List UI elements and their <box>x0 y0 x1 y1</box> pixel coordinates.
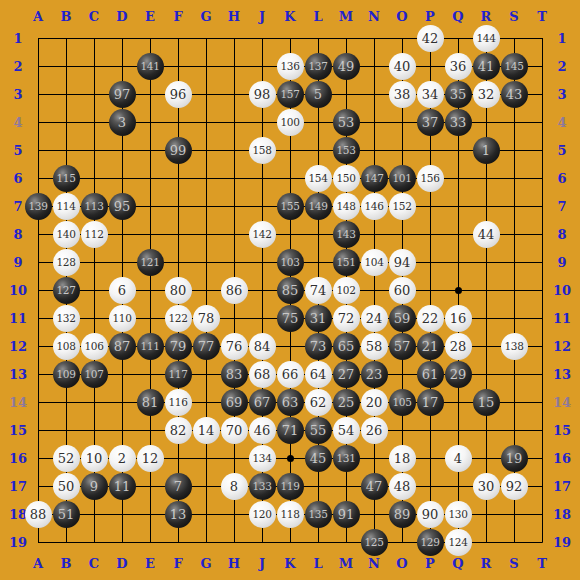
intersection-R17[interactable]: 30 <box>472 472 500 500</box>
intersection-R9[interactable] <box>472 248 500 276</box>
intersection-B6[interactable]: 115 <box>52 164 80 192</box>
intersection-M17[interactable] <box>332 472 360 500</box>
intersection-F3[interactable]: 96 <box>164 80 192 108</box>
black-stone-C7[interactable]: 113 <box>81 193 108 220</box>
black-stone-M13[interactable]: 27 <box>333 361 360 388</box>
intersection-T3[interactable] <box>528 80 556 108</box>
intersection-Q8[interactable] <box>444 220 472 248</box>
intersection-N9[interactable]: 104 <box>360 248 388 276</box>
intersection-Q14[interactable] <box>444 388 472 416</box>
black-stone-L15[interactable]: 55 <box>305 417 332 444</box>
white-stone-Q19[interactable]: 124 <box>445 529 472 556</box>
intersection-T11[interactable] <box>528 304 556 332</box>
intersection-R12[interactable] <box>472 332 500 360</box>
intersection-N18[interactable] <box>360 500 388 528</box>
intersection-E19[interactable] <box>136 528 164 556</box>
black-stone-F5[interactable]: 99 <box>165 137 192 164</box>
intersection-L8[interactable] <box>304 220 332 248</box>
intersection-H4[interactable] <box>220 108 248 136</box>
intersection-C15[interactable] <box>80 416 108 444</box>
intersection-N14[interactable]: 20 <box>360 388 388 416</box>
white-stone-H12[interactable]: 76 <box>221 333 248 360</box>
black-stone-R14[interactable]: 15 <box>473 389 500 416</box>
intersection-P3[interactable]: 34 <box>416 80 444 108</box>
intersection-S6[interactable] <box>500 164 528 192</box>
intersection-A8[interactable] <box>24 220 52 248</box>
intersection-O13[interactable] <box>388 360 416 388</box>
intersection-K10[interactable]: 85 <box>276 276 304 304</box>
intersection-J16[interactable]: 134 <box>248 444 276 472</box>
white-stone-B12[interactable]: 108 <box>53 333 80 360</box>
intersection-G9[interactable] <box>192 248 220 276</box>
intersection-T14[interactable] <box>528 388 556 416</box>
intersection-K4[interactable]: 100 <box>276 108 304 136</box>
intersection-M12[interactable]: 65 <box>332 332 360 360</box>
black-stone-F17[interactable]: 7 <box>165 473 192 500</box>
black-stone-O14[interactable]: 105 <box>389 389 416 416</box>
intersection-S1[interactable] <box>500 24 528 52</box>
black-stone-D7[interactable]: 95 <box>109 193 136 220</box>
intersection-E3[interactable] <box>136 80 164 108</box>
intersection-B4[interactable] <box>52 108 80 136</box>
black-stone-Q4[interactable]: 33 <box>445 109 472 136</box>
intersection-D9[interactable] <box>108 248 136 276</box>
intersection-B9[interactable]: 128 <box>52 248 80 276</box>
white-stone-P18[interactable]: 90 <box>417 501 444 528</box>
white-stone-K18[interactable]: 118 <box>277 501 304 528</box>
intersection-N12[interactable]: 58 <box>360 332 388 360</box>
black-stone-M12[interactable]: 65 <box>333 333 360 360</box>
black-stone-B10[interactable]: 127 <box>53 277 80 304</box>
white-stone-L10[interactable]: 74 <box>305 277 332 304</box>
intersection-S14[interactable] <box>500 388 528 416</box>
intersection-A17[interactable] <box>24 472 52 500</box>
intersection-F19[interactable] <box>164 528 192 556</box>
intersection-P4[interactable]: 37 <box>416 108 444 136</box>
white-stone-F15[interactable]: 82 <box>165 417 192 444</box>
white-stone-G15[interactable]: 14 <box>193 417 220 444</box>
black-stone-L12[interactable]: 73 <box>305 333 332 360</box>
white-stone-R8[interactable]: 44 <box>473 221 500 248</box>
white-stone-L6[interactable]: 154 <box>305 165 332 192</box>
intersection-C9[interactable] <box>80 248 108 276</box>
intersection-G8[interactable] <box>192 220 220 248</box>
intersection-N3[interactable] <box>360 80 388 108</box>
intersection-F11[interactable]: 122 <box>164 304 192 332</box>
intersection-Q19[interactable]: 124 <box>444 528 472 556</box>
black-stone-F18[interactable]: 13 <box>165 501 192 528</box>
intersection-B15[interactable] <box>52 416 80 444</box>
white-stone-D16[interactable]: 2 <box>109 445 136 472</box>
intersection-G5[interactable] <box>192 136 220 164</box>
intersection-M6[interactable]: 150 <box>332 164 360 192</box>
black-stone-D3[interactable]: 97 <box>109 81 136 108</box>
intersection-C3[interactable] <box>80 80 108 108</box>
intersection-S8[interactable] <box>500 220 528 248</box>
intersection-J14[interactable]: 67 <box>248 388 276 416</box>
intersection-L16[interactable]: 45 <box>304 444 332 472</box>
intersection-R4[interactable] <box>472 108 500 136</box>
intersection-M18[interactable]: 91 <box>332 500 360 528</box>
intersection-C18[interactable] <box>80 500 108 528</box>
intersection-S10[interactable] <box>500 276 528 304</box>
intersection-F13[interactable]: 117 <box>164 360 192 388</box>
black-stone-N13[interactable]: 23 <box>361 361 388 388</box>
intersection-T2[interactable] <box>528 52 556 80</box>
intersection-S19[interactable] <box>500 528 528 556</box>
intersection-K1[interactable] <box>276 24 304 52</box>
white-stone-K4[interactable]: 100 <box>277 109 304 136</box>
intersection-A11[interactable] <box>24 304 52 332</box>
intersection-L15[interactable]: 55 <box>304 416 332 444</box>
intersection-E8[interactable] <box>136 220 164 248</box>
intersection-P19[interactable]: 129 <box>416 528 444 556</box>
intersection-A3[interactable] <box>24 80 52 108</box>
intersection-D16[interactable]: 2 <box>108 444 136 472</box>
black-stone-M16[interactable]: 131 <box>333 445 360 472</box>
intersection-P11[interactable]: 22 <box>416 304 444 332</box>
intersection-D10[interactable]: 6 <box>108 276 136 304</box>
intersection-C8[interactable]: 112 <box>80 220 108 248</box>
intersection-L17[interactable] <box>304 472 332 500</box>
intersection-J9[interactable] <box>248 248 276 276</box>
black-stone-F12[interactable]: 79 <box>165 333 192 360</box>
black-stone-E14[interactable]: 81 <box>137 389 164 416</box>
intersection-H3[interactable] <box>220 80 248 108</box>
intersection-P2[interactable] <box>416 52 444 80</box>
intersection-P7[interactable] <box>416 192 444 220</box>
intersection-L11[interactable]: 31 <box>304 304 332 332</box>
intersection-J7[interactable] <box>248 192 276 220</box>
intersection-B3[interactable] <box>52 80 80 108</box>
intersection-R13[interactable] <box>472 360 500 388</box>
intersection-M7[interactable]: 148 <box>332 192 360 220</box>
intersection-L14[interactable]: 62 <box>304 388 332 416</box>
intersection-G7[interactable] <box>192 192 220 220</box>
black-stone-L3[interactable]: 5 <box>305 81 332 108</box>
intersection-T9[interactable] <box>528 248 556 276</box>
intersection-P17[interactable] <box>416 472 444 500</box>
white-stone-Q18[interactable]: 130 <box>445 501 472 528</box>
intersection-R6[interactable] <box>472 164 500 192</box>
intersection-T17[interactable] <box>528 472 556 500</box>
intersection-L12[interactable]: 73 <box>304 332 332 360</box>
black-stone-O6[interactable]: 101 <box>389 165 416 192</box>
white-stone-H10[interactable]: 86 <box>221 277 248 304</box>
intersection-T15[interactable] <box>528 416 556 444</box>
intersection-S9[interactable] <box>500 248 528 276</box>
intersection-T4[interactable] <box>528 108 556 136</box>
white-stone-F14[interactable]: 116 <box>165 389 192 416</box>
black-stone-J17[interactable]: 133 <box>249 473 276 500</box>
intersection-G18[interactable] <box>192 500 220 528</box>
intersection-C16[interactable]: 10 <box>80 444 108 472</box>
intersection-K14[interactable]: 63 <box>276 388 304 416</box>
intersection-Q18[interactable]: 130 <box>444 500 472 528</box>
intersection-R15[interactable] <box>472 416 500 444</box>
intersection-K19[interactable] <box>276 528 304 556</box>
intersection-D2[interactable] <box>108 52 136 80</box>
white-stone-N11[interactable]: 24 <box>361 305 388 332</box>
white-stone-S17[interactable]: 92 <box>501 473 528 500</box>
intersection-O9[interactable]: 94 <box>388 248 416 276</box>
intersection-C4[interactable] <box>80 108 108 136</box>
intersection-G4[interactable] <box>192 108 220 136</box>
intersection-P6[interactable]: 156 <box>416 164 444 192</box>
black-stone-C17[interactable]: 9 <box>81 473 108 500</box>
intersection-C6[interactable] <box>80 164 108 192</box>
white-stone-J16[interactable]: 134 <box>249 445 276 472</box>
black-stone-K3[interactable]: 157 <box>277 81 304 108</box>
black-stone-K17[interactable]: 119 <box>277 473 304 500</box>
intersection-B14[interactable] <box>52 388 80 416</box>
intersection-O17[interactable]: 48 <box>388 472 416 500</box>
intersection-M1[interactable] <box>332 24 360 52</box>
black-stone-E9[interactable]: 121 <box>137 249 164 276</box>
white-stone-P1[interactable]: 42 <box>417 25 444 52</box>
intersection-M4[interactable]: 53 <box>332 108 360 136</box>
intersection-D8[interactable] <box>108 220 136 248</box>
white-stone-N14[interactable]: 20 <box>361 389 388 416</box>
intersection-N5[interactable] <box>360 136 388 164</box>
intersection-L19[interactable] <box>304 528 332 556</box>
white-stone-D11[interactable]: 110 <box>109 305 136 332</box>
intersection-O18[interactable]: 89 <box>388 500 416 528</box>
intersection-K18[interactable]: 118 <box>276 500 304 528</box>
intersection-K15[interactable]: 71 <box>276 416 304 444</box>
black-stone-C13[interactable]: 107 <box>81 361 108 388</box>
intersection-E18[interactable] <box>136 500 164 528</box>
intersection-E12[interactable]: 111 <box>136 332 164 360</box>
intersection-C17[interactable]: 9 <box>80 472 108 500</box>
intersection-M8[interactable]: 143 <box>332 220 360 248</box>
intersection-H14[interactable]: 69 <box>220 388 248 416</box>
intersection-F12[interactable]: 79 <box>164 332 192 360</box>
white-stone-J12[interactable]: 84 <box>249 333 276 360</box>
intersection-Q7[interactable] <box>444 192 472 220</box>
white-stone-P11[interactable]: 22 <box>417 305 444 332</box>
black-stone-N19[interactable]: 125 <box>361 529 388 556</box>
intersection-K9[interactable]: 103 <box>276 248 304 276</box>
intersection-H12[interactable]: 76 <box>220 332 248 360</box>
intersection-O6[interactable]: 101 <box>388 164 416 192</box>
black-stone-P12[interactable]: 21 <box>417 333 444 360</box>
intersection-N2[interactable] <box>360 52 388 80</box>
black-stone-S3[interactable]: 43 <box>501 81 528 108</box>
intersection-E6[interactable] <box>136 164 164 192</box>
white-stone-P6[interactable]: 156 <box>417 165 444 192</box>
black-stone-L11[interactable]: 31 <box>305 305 332 332</box>
intersection-F2[interactable] <box>164 52 192 80</box>
intersection-K2[interactable]: 136 <box>276 52 304 80</box>
intersection-J18[interactable]: 120 <box>248 500 276 528</box>
white-stone-G11[interactable]: 78 <box>193 305 220 332</box>
intersection-K12[interactable] <box>276 332 304 360</box>
white-stone-H17[interactable]: 8 <box>221 473 248 500</box>
intersection-Q6[interactable] <box>444 164 472 192</box>
intersection-G16[interactable] <box>192 444 220 472</box>
intersection-E14[interactable]: 81 <box>136 388 164 416</box>
intersection-J3[interactable]: 98 <box>248 80 276 108</box>
black-stone-B13[interactable]: 109 <box>53 361 80 388</box>
intersection-P9[interactable] <box>416 248 444 276</box>
intersection-D1[interactable] <box>108 24 136 52</box>
intersection-S16[interactable]: 19 <box>500 444 528 472</box>
white-stone-B8[interactable]: 140 <box>53 221 80 248</box>
intersection-E15[interactable] <box>136 416 164 444</box>
intersection-N10[interactable] <box>360 276 388 304</box>
white-stone-R1[interactable]: 144 <box>473 25 500 52</box>
intersection-H13[interactable]: 83 <box>220 360 248 388</box>
intersection-Q11[interactable]: 16 <box>444 304 472 332</box>
white-stone-A18[interactable]: 88 <box>25 501 52 528</box>
black-stone-B18[interactable]: 51 <box>53 501 80 528</box>
white-stone-B17[interactable]: 50 <box>53 473 80 500</box>
intersection-A13[interactable] <box>24 360 52 388</box>
black-stone-M8[interactable]: 143 <box>333 221 360 248</box>
intersection-N15[interactable]: 26 <box>360 416 388 444</box>
intersection-F8[interactable] <box>164 220 192 248</box>
black-stone-F13[interactable]: 117 <box>165 361 192 388</box>
intersection-T18[interactable] <box>528 500 556 528</box>
black-stone-A7[interactable]: 139 <box>25 193 52 220</box>
intersection-R1[interactable]: 144 <box>472 24 500 52</box>
intersection-M10[interactable]: 102 <box>332 276 360 304</box>
black-stone-E2[interactable]: 141 <box>137 53 164 80</box>
intersection-O12[interactable]: 57 <box>388 332 416 360</box>
intersection-D18[interactable] <box>108 500 136 528</box>
intersection-G19[interactable] <box>192 528 220 556</box>
intersection-A19[interactable] <box>24 528 52 556</box>
intersection-O19[interactable] <box>388 528 416 556</box>
intersection-H8[interactable] <box>220 220 248 248</box>
black-stone-N6[interactable]: 147 <box>361 165 388 192</box>
intersection-J6[interactable] <box>248 164 276 192</box>
intersection-F17[interactable]: 7 <box>164 472 192 500</box>
white-stone-B9[interactable]: 128 <box>53 249 80 276</box>
intersection-M11[interactable]: 72 <box>332 304 360 332</box>
intersection-G11[interactable]: 78 <box>192 304 220 332</box>
intersection-E13[interactable] <box>136 360 164 388</box>
white-stone-O16[interactable]: 18 <box>389 445 416 472</box>
intersection-A5[interactable] <box>24 136 52 164</box>
intersection-B10[interactable]: 127 <box>52 276 80 304</box>
intersection-A2[interactable] <box>24 52 52 80</box>
intersection-H5[interactable] <box>220 136 248 164</box>
white-stone-J13[interactable]: 68 <box>249 361 276 388</box>
black-stone-M18[interactable]: 91 <box>333 501 360 528</box>
intersection-S2[interactable]: 145 <box>500 52 528 80</box>
intersection-N4[interactable] <box>360 108 388 136</box>
intersection-D6[interactable] <box>108 164 136 192</box>
white-stone-J15[interactable]: 46 <box>249 417 276 444</box>
intersection-H16[interactable] <box>220 444 248 472</box>
intersection-A14[interactable] <box>24 388 52 416</box>
intersection-O2[interactable]: 40 <box>388 52 416 80</box>
intersection-J15[interactable]: 46 <box>248 416 276 444</box>
intersection-B11[interactable]: 132 <box>52 304 80 332</box>
intersection-F18[interactable]: 13 <box>164 500 192 528</box>
intersection-E2[interactable]: 141 <box>136 52 164 80</box>
intersection-T13[interactable] <box>528 360 556 388</box>
intersection-D13[interactable] <box>108 360 136 388</box>
intersection-A10[interactable] <box>24 276 52 304</box>
intersection-R16[interactable] <box>472 444 500 472</box>
intersection-K3[interactable]: 157 <box>276 80 304 108</box>
white-stone-N12[interactable]: 58 <box>361 333 388 360</box>
black-stone-B6[interactable]: 115 <box>53 165 80 192</box>
intersection-D3[interactable]: 97 <box>108 80 136 108</box>
intersection-E16[interactable]: 12 <box>136 444 164 472</box>
intersection-Q10[interactable] <box>444 276 472 304</box>
intersection-O3[interactable]: 38 <box>388 80 416 108</box>
intersection-A1[interactable] <box>24 24 52 52</box>
white-stone-N9[interactable]: 104 <box>361 249 388 276</box>
black-stone-J14[interactable]: 67 <box>249 389 276 416</box>
intersection-Q3[interactable]: 35 <box>444 80 472 108</box>
intersection-P14[interactable]: 17 <box>416 388 444 416</box>
intersection-O10[interactable]: 60 <box>388 276 416 304</box>
intersection-J12[interactable]: 84 <box>248 332 276 360</box>
intersection-B5[interactable] <box>52 136 80 164</box>
intersection-B13[interactable]: 109 <box>52 360 80 388</box>
black-stone-P19[interactable]: 129 <box>417 529 444 556</box>
intersection-A12[interactable] <box>24 332 52 360</box>
intersection-S5[interactable] <box>500 136 528 164</box>
intersection-L3[interactable]: 5 <box>304 80 332 108</box>
intersection-S18[interactable] <box>500 500 528 528</box>
intersection-P12[interactable]: 21 <box>416 332 444 360</box>
white-stone-O17[interactable]: 48 <box>389 473 416 500</box>
intersection-K17[interactable]: 119 <box>276 472 304 500</box>
white-stone-B7[interactable]: 114 <box>53 193 80 220</box>
intersection-R8[interactable]: 44 <box>472 220 500 248</box>
white-stone-H15[interactable]: 70 <box>221 417 248 444</box>
intersection-D5[interactable] <box>108 136 136 164</box>
intersection-D4[interactable]: 3 <box>108 108 136 136</box>
intersection-T1[interactable] <box>528 24 556 52</box>
white-stone-S12[interactable]: 138 <box>501 333 528 360</box>
intersection-N13[interactable]: 23 <box>360 360 388 388</box>
white-stone-O2[interactable]: 40 <box>389 53 416 80</box>
intersection-M19[interactable] <box>332 528 360 556</box>
intersection-C12[interactable]: 106 <box>80 332 108 360</box>
intersection-K5[interactable] <box>276 136 304 164</box>
intersection-B18[interactable]: 51 <box>52 500 80 528</box>
intersection-H1[interactable] <box>220 24 248 52</box>
intersection-L5[interactable] <box>304 136 332 164</box>
black-stone-D17[interactable]: 11 <box>109 473 136 500</box>
intersection-P16[interactable] <box>416 444 444 472</box>
intersection-P13[interactable]: 61 <box>416 360 444 388</box>
intersection-K6[interactable] <box>276 164 304 192</box>
intersection-E1[interactable] <box>136 24 164 52</box>
intersection-Q12[interactable]: 28 <box>444 332 472 360</box>
intersection-D15[interactable] <box>108 416 136 444</box>
intersection-H15[interactable]: 70 <box>220 416 248 444</box>
black-stone-K7[interactable]: 155 <box>277 193 304 220</box>
intersection-M3[interactable] <box>332 80 360 108</box>
intersection-B12[interactable]: 108 <box>52 332 80 360</box>
white-stone-O10[interactable]: 60 <box>389 277 416 304</box>
intersection-J5[interactable]: 158 <box>248 136 276 164</box>
intersection-D12[interactable]: 87 <box>108 332 136 360</box>
white-stone-O7[interactable]: 152 <box>389 193 416 220</box>
white-stone-D10[interactable]: 6 <box>109 277 136 304</box>
intersection-M5[interactable]: 153 <box>332 136 360 164</box>
intersection-J8[interactable]: 142 <box>248 220 276 248</box>
intersection-M13[interactable]: 27 <box>332 360 360 388</box>
